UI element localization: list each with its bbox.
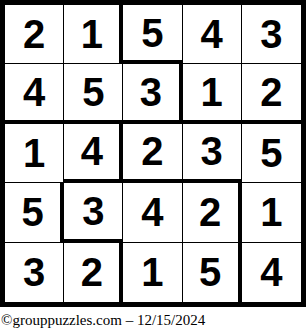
- cell-r3c2[interactable]: 4: [64, 124, 123, 183]
- cell-r1c1[interactable]: 2: [5, 5, 64, 64]
- cell-r4c2[interactable]: 3: [64, 183, 123, 242]
- copyright-credit: ©grouppuzzles.com – 12/15/2024: [1, 312, 308, 329]
- cell-r4c5[interactable]: 1: [242, 183, 301, 242]
- cell-r2c4[interactable]: 1: [183, 64, 242, 123]
- cell-r3c4[interactable]: 3: [183, 124, 242, 183]
- cell-r3c1[interactable]: 1: [5, 124, 64, 183]
- cell-r2c2[interactable]: 5: [64, 64, 123, 123]
- cell-r3c3[interactable]: 2: [123, 124, 182, 183]
- cell-r1c5[interactable]: 3: [242, 5, 301, 64]
- cell-r1c3[interactable]: 5: [123, 5, 182, 64]
- cell-r1c2[interactable]: 1: [64, 5, 123, 64]
- sudoku-board: 2 1 5 4 3 4 5 3 1 2 1 4 2 3 5 5 3 4 2 1 …: [0, 0, 306, 307]
- cell-r2c3[interactable]: 3: [123, 64, 182, 123]
- cell-r1c4[interactable]: 4: [183, 5, 242, 64]
- cell-r5c5[interactable]: 4: [242, 243, 301, 302]
- cell-r2c5[interactable]: 2: [242, 64, 301, 123]
- cell-r4c3[interactable]: 4: [123, 183, 182, 242]
- cell-r5c4[interactable]: 5: [183, 243, 242, 302]
- cell-r5c2[interactable]: 2: [64, 243, 123, 302]
- cell-r5c1[interactable]: 3: [5, 243, 64, 302]
- cell-r4c1[interactable]: 5: [5, 183, 64, 242]
- cell-r3c5[interactable]: 5: [242, 124, 301, 183]
- cell-r5c3[interactable]: 1: [123, 243, 182, 302]
- cell-r2c1[interactable]: 4: [5, 64, 64, 123]
- cell-r4c4[interactable]: 2: [183, 183, 242, 242]
